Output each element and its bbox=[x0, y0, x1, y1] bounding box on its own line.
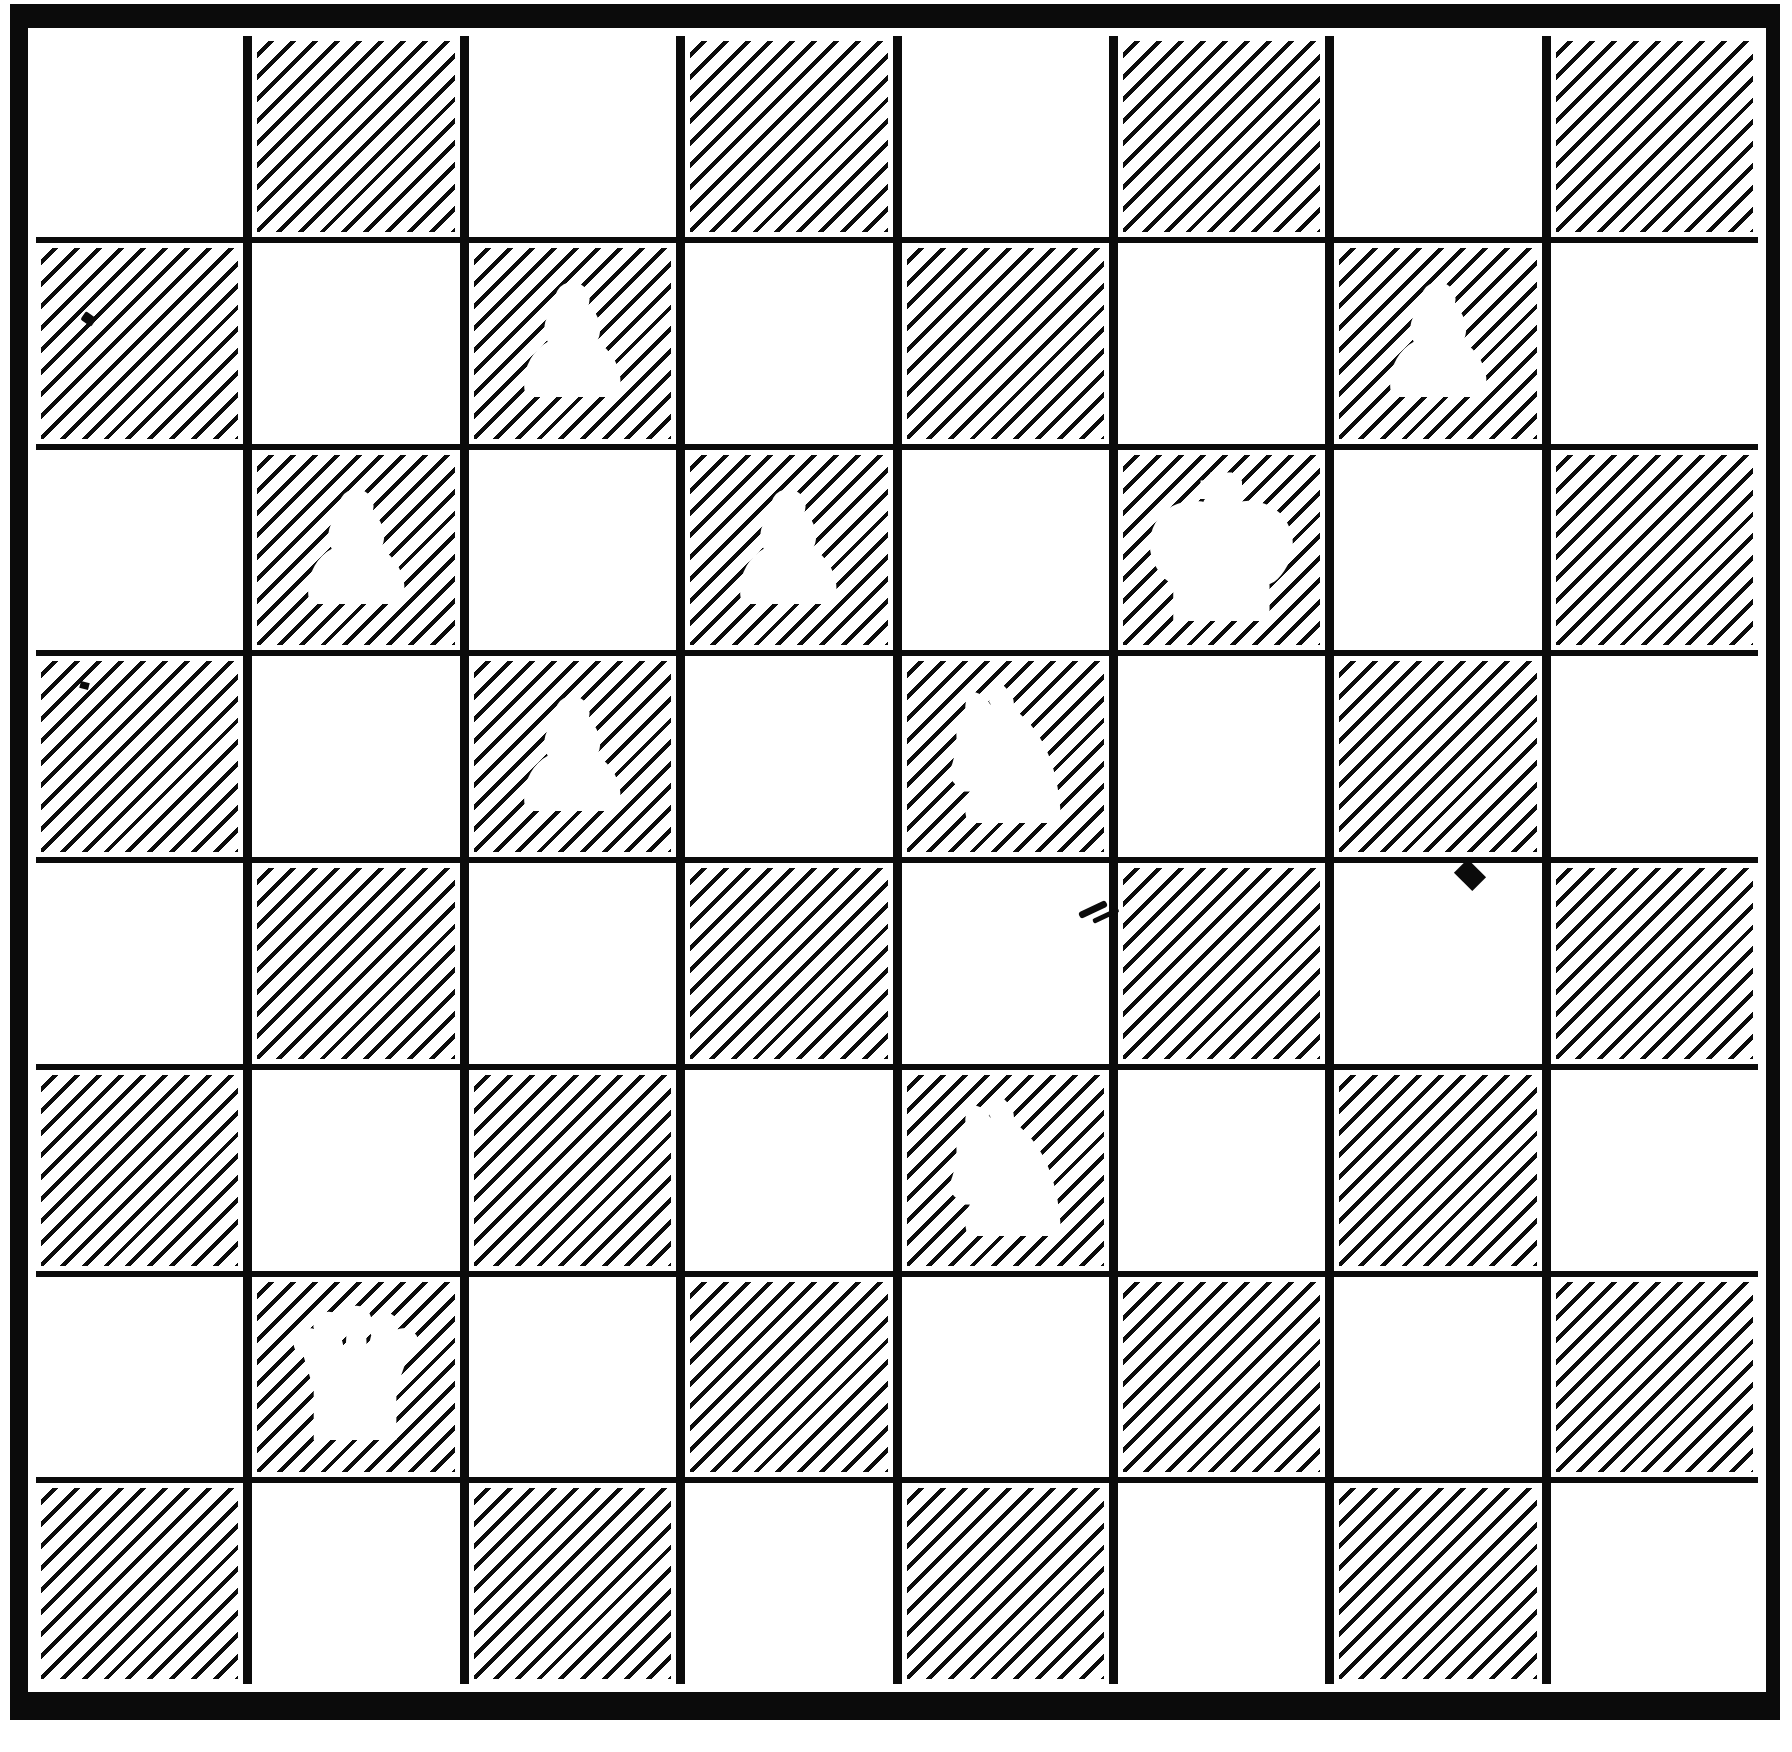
white-pawn-halo: ♟ bbox=[293, 479, 419, 620]
square-e7[interactable] bbox=[902, 243, 1109, 444]
square-a1[interactable] bbox=[36, 1483, 243, 1684]
piece-white-knight[interactable]: ♞♘ bbox=[934, 1091, 1076, 1249]
square-f1[interactable] bbox=[1118, 1483, 1325, 1684]
square-b8[interactable] bbox=[252, 36, 459, 237]
square-h1[interactable] bbox=[1551, 1483, 1758, 1684]
square-a3[interactable] bbox=[36, 1070, 243, 1271]
square-c5[interactable]: ♟♟ bbox=[469, 656, 676, 857]
square-a7[interactable] bbox=[36, 243, 243, 444]
square-c4[interactable] bbox=[469, 863, 676, 1064]
square-h4[interactable] bbox=[1551, 863, 1758, 1064]
square-h8[interactable] bbox=[1551, 36, 1758, 237]
square-d7[interactable] bbox=[685, 243, 892, 444]
black-pawn-halo: ♟ bbox=[509, 686, 635, 827]
black-pawn-halo: ♟ bbox=[509, 273, 635, 414]
square-g4[interactable]: ♜♖ bbox=[1334, 863, 1541, 1064]
white-pawn-halo: ♟ bbox=[726, 479, 852, 620]
piece-black-pawn[interactable]: ♟♟ bbox=[948, 899, 1063, 1027]
square-h3[interactable] bbox=[1551, 1070, 1758, 1271]
square-h7[interactable]: ♟♟ bbox=[1551, 243, 1758, 444]
square-f4[interactable] bbox=[1118, 863, 1325, 1064]
square-d4[interactable] bbox=[685, 863, 892, 1064]
square-d8[interactable] bbox=[685, 36, 892, 237]
white-queen-halo: ♛ bbox=[281, 1293, 431, 1460]
square-g6[interactable] bbox=[1334, 450, 1541, 651]
square-h2[interactable] bbox=[1551, 1277, 1758, 1478]
square-b1[interactable] bbox=[252, 1483, 459, 1684]
piece-black-pawn[interactable]: ♟♟ bbox=[515, 693, 630, 821]
white-pawn-halo: ♟ bbox=[1158, 686, 1284, 827]
board: ♟♟♟♟♟♟♟♙♟♙♚♚♟♟♚♔♞♘♟♙♟♟♜♖♞♘♛♕ bbox=[36, 36, 1758, 1684]
square-h6[interactable] bbox=[1551, 450, 1758, 651]
square-b2[interactable]: ♛♕ bbox=[252, 1277, 459, 1478]
square-g8[interactable] bbox=[1334, 36, 1541, 237]
square-f7[interactable] bbox=[1118, 243, 1325, 444]
square-d2[interactable] bbox=[685, 1277, 892, 1478]
square-e3[interactable]: ♞♘ bbox=[902, 1070, 1109, 1271]
square-e8[interactable] bbox=[902, 36, 1109, 237]
square-h5[interactable] bbox=[1551, 656, 1758, 857]
square-b4[interactable] bbox=[252, 863, 459, 1064]
square-a2[interactable] bbox=[36, 1277, 243, 1478]
square-d5[interactable]: ♚♔ bbox=[685, 656, 892, 857]
square-d1[interactable] bbox=[685, 1483, 892, 1684]
piece-white-pawn[interactable]: ♟♙ bbox=[731, 486, 846, 614]
square-e6[interactable] bbox=[902, 450, 1109, 651]
square-b6[interactable]: ♟♙ bbox=[252, 450, 459, 651]
square-b7[interactable] bbox=[252, 243, 459, 444]
square-e1[interactable] bbox=[902, 1483, 1109, 1684]
square-a6[interactable] bbox=[36, 450, 243, 651]
black-king-halo: ♚ bbox=[1138, 456, 1306, 643]
square-f2[interactable] bbox=[1118, 1277, 1325, 1478]
square-g2[interactable] bbox=[1334, 1277, 1541, 1478]
square-f6[interactable]: ♚♚ bbox=[1118, 450, 1325, 651]
square-c2[interactable] bbox=[469, 1277, 676, 1478]
black-pawn-halo: ♟ bbox=[1591, 273, 1717, 414]
square-b3[interactable] bbox=[252, 1070, 459, 1271]
square-a4[interactable] bbox=[36, 863, 243, 1064]
piece-white-queen[interactable]: ♛♕ bbox=[288, 1301, 424, 1453]
square-e2[interactable] bbox=[902, 1277, 1109, 1478]
square-c6[interactable] bbox=[469, 450, 676, 651]
piece-black-king[interactable]: ♚♚ bbox=[1145, 465, 1297, 635]
square-d3[interactable] bbox=[685, 1070, 892, 1271]
square-c7[interactable]: ♟♟ bbox=[469, 243, 676, 444]
black-pawn-halo: ♟ bbox=[1375, 273, 1501, 414]
white-rook-halo: ♜ bbox=[1369, 886, 1507, 1040]
square-f5[interactable]: ♟♙ bbox=[1118, 656, 1325, 857]
square-f3[interactable] bbox=[1118, 1070, 1325, 1271]
square-c1[interactable] bbox=[469, 1483, 676, 1684]
square-g1[interactable] bbox=[1334, 1483, 1541, 1684]
square-g7[interactable]: ♟♟ bbox=[1334, 243, 1541, 444]
square-g5[interactable] bbox=[1334, 656, 1541, 857]
square-e5[interactable]: ♞♘ bbox=[902, 656, 1109, 857]
square-a8[interactable] bbox=[36, 36, 243, 237]
square-b5[interactable] bbox=[252, 656, 459, 857]
piece-white-knight[interactable]: ♞♘ bbox=[934, 678, 1076, 836]
piece-black-pawn[interactable]: ♟♟ bbox=[1381, 279, 1496, 407]
piece-white-pawn[interactable]: ♟♙ bbox=[299, 486, 414, 614]
piece-black-pawn[interactable]: ♟♟ bbox=[1597, 279, 1712, 407]
square-e4[interactable]: ♟♟ bbox=[902, 863, 1109, 1064]
piece-white-rook[interactable]: ♜♖ bbox=[1375, 893, 1501, 1033]
square-f8[interactable] bbox=[1118, 36, 1325, 237]
square-d6[interactable]: ♟♙ bbox=[685, 450, 892, 651]
white-king-halo: ♚ bbox=[705, 663, 873, 850]
piece-black-pawn[interactable]: ♟♟ bbox=[515, 279, 630, 407]
white-knight-halo: ♞ bbox=[927, 1083, 1083, 1257]
square-c3[interactable] bbox=[469, 1070, 676, 1271]
piece-white-pawn[interactable]: ♟♙ bbox=[1164, 693, 1279, 821]
square-a5[interactable] bbox=[36, 656, 243, 857]
square-g3[interactable] bbox=[1334, 1070, 1541, 1271]
black-pawn-halo: ♟ bbox=[942, 893, 1068, 1034]
white-knight-halo: ♞ bbox=[927, 670, 1083, 844]
square-c8[interactable] bbox=[469, 36, 676, 237]
piece-white-king[interactable]: ♚♔ bbox=[713, 672, 865, 842]
board-frame: ♟♟♟♟♟♟♟♙♟♙♚♚♟♟♚♔♞♘♟♙♟♟♜♖♞♘♛♕ bbox=[10, 4, 1780, 1720]
